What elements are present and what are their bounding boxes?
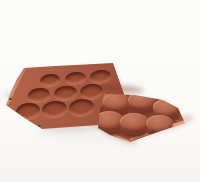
hanging-hole — [9, 98, 12, 101]
oval-bump-top — [103, 93, 129, 109]
left-mold-edge-highlight — [24, 59, 114, 66]
oval-bump-top — [128, 92, 155, 108]
photo-background — [0, 0, 200, 182]
oval-cavity — [68, 97, 95, 117]
oval-bump-top — [153, 99, 179, 115]
oval-cavity — [27, 87, 51, 104]
hanging-hole — [176, 118, 179, 121]
oval-cavity — [89, 68, 111, 83]
oval-cavity — [53, 85, 78, 102]
oval-cavity — [39, 73, 60, 87]
left-mold — [0, 0, 200, 182]
oval-cavity — [41, 100, 68, 119]
left-mold-edge-highlight — [5, 67, 25, 105]
oval-bump-top — [120, 113, 148, 130]
oval-cavity — [64, 71, 86, 85]
